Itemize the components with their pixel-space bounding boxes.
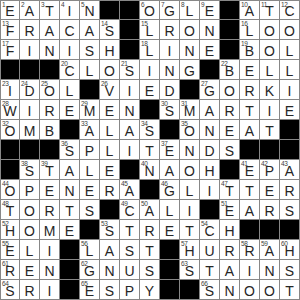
cell-letter: R <box>140 224 159 238</box>
cell-r10c6[interactable]: R <box>100 180 120 200</box>
cell-r13c6[interactable]: A <box>100 240 120 260</box>
cell-r2c12 <box>220 20 240 40</box>
cell-letter: I <box>60 44 79 58</box>
cell-r8c7[interactable]: I <box>120 140 140 160</box>
cell-r13c10[interactable]: 57H <box>180 240 200 260</box>
cell-letter: L <box>60 84 79 98</box>
cell-r5c13[interactable]: R <box>240 80 260 100</box>
cell-r7c8[interactable]: 34S <box>140 120 160 140</box>
cell-r2c14[interactable]: O <box>260 20 280 40</box>
cell-letter: N <box>180 44 199 58</box>
cell-letter: N <box>40 264 59 278</box>
cell-r5c11[interactable]: 27G <box>200 80 220 100</box>
cell-r11c11 <box>200 200 220 220</box>
cell-r12c7[interactable]: T <box>120 220 140 240</box>
cell-letter: I <box>20 44 39 58</box>
cell-letter: T <box>180 224 199 238</box>
cell-r11c3[interactable]: R <box>40 200 60 220</box>
cell-r4c4[interactable]: 20C <box>60 60 80 80</box>
cell-r3c8[interactable]: 18L <box>140 40 160 60</box>
cell-letter: E <box>80 184 99 198</box>
cell-letter: B <box>40 124 59 138</box>
cell-letter: N <box>180 144 199 158</box>
cell-r13c2[interactable]: L <box>20 240 40 260</box>
cell-r2c15[interactable]: O <box>280 20 300 40</box>
cell-letter: R <box>40 104 59 118</box>
cell-letter: U <box>200 244 219 258</box>
cell-letter: C <box>280 4 299 18</box>
cell-letter: G <box>200 84 219 98</box>
cell-r7c6[interactable]: L <box>100 120 120 140</box>
cell-r4c9[interactable]: N <box>160 60 180 80</box>
cell-r7c13[interactable]: A <box>240 120 260 140</box>
cell-r8c10[interactable]: N <box>180 140 200 160</box>
cell-r15c8[interactable]: Y <box>140 280 160 300</box>
cell-r1c8[interactable]: 6O <box>140 0 160 20</box>
cell-letter: O <box>260 44 279 58</box>
cell-r9c8[interactable]: 40N <box>140 160 160 180</box>
cell-r14c10[interactable]: 63S <box>180 260 200 280</box>
cell-letter: T <box>280 284 299 298</box>
cell-r3c3[interactable]: N <box>40 40 60 60</box>
cell-r15c9 <box>160 280 180 300</box>
cell-letter: A <box>120 124 139 138</box>
cell-letter: I <box>120 144 139 158</box>
cell-r15c1[interactable]: 64S <box>0 280 20 300</box>
cell-r12c6[interactable]: 53S <box>100 220 120 240</box>
cell-letter: S <box>100 284 119 298</box>
cell-letter: M <box>80 104 99 118</box>
cell-letter: R <box>40 204 59 218</box>
cell-r15c15[interactable]: T <box>280 280 300 300</box>
cell-r12c10[interactable]: T <box>180 220 200 240</box>
cell-r1c12 <box>220 0 240 20</box>
cell-r6c3[interactable]: R <box>40 100 60 120</box>
cell-letter: T <box>40 4 59 18</box>
cell-r1c1[interactable]: 1E <box>0 0 20 20</box>
cell-letter: S <box>160 104 179 118</box>
cell-letter: T <box>260 4 279 18</box>
cell-letter: O <box>20 204 39 218</box>
cell-r2c2[interactable]: R <box>20 20 40 40</box>
cell-r1c10[interactable]: 8L <box>180 0 200 20</box>
cell-r6c12[interactable]: R <box>220 100 240 120</box>
cell-letter: A <box>60 164 79 178</box>
cell-r5c5 <box>80 80 100 100</box>
cell-r12c1[interactable]: 52H <box>0 220 20 240</box>
cell-r1c6 <box>100 0 120 20</box>
cell-r4c5[interactable]: L <box>80 60 100 80</box>
cell-letter: E <box>60 104 79 118</box>
cell-r1c13[interactable]: 10A <box>240 0 260 20</box>
cell-r11c10[interactable]: I <box>180 200 200 220</box>
cell-r13c13[interactable]: 58R <box>240 240 260 260</box>
cell-r14c7[interactable]: U <box>120 260 140 280</box>
cell-r10c7[interactable]: 45A <box>120 180 140 200</box>
cell-letter: A <box>140 204 159 218</box>
cell-r14c4 <box>60 260 80 280</box>
cell-r7c2[interactable]: M <box>20 120 40 140</box>
cell-r6c2[interactable]: I <box>20 100 40 120</box>
cell-r11c8[interactable]: 50A <box>140 200 160 220</box>
cell-r6c9[interactable]: 30S <box>160 100 180 120</box>
cell-letter: W <box>1 104 19 118</box>
cell-r9c12 <box>220 160 240 180</box>
cell-r9c13[interactable]: 41E <box>240 160 260 180</box>
cell-r7c1[interactable]: 32O <box>0 120 20 140</box>
cell-r8c11[interactable]: D <box>200 140 220 160</box>
cell-r10c14[interactable]: E <box>260 180 280 200</box>
cell-r14c13[interactable]: I <box>240 260 260 280</box>
cell-r3c10[interactable]: N <box>180 40 200 60</box>
cell-r2c8[interactable]: 15L <box>140 20 160 40</box>
cell-r11c6 <box>100 200 120 220</box>
cell-r13c3[interactable]: I <box>40 240 60 260</box>
cell-r11c2[interactable]: O <box>20 200 40 220</box>
cell-letter: A <box>240 4 259 18</box>
cell-r11c12[interactable]: 51E <box>220 200 240 220</box>
cell-r10c11[interactable]: I <box>200 180 220 200</box>
cell-r3c4[interactable]: I <box>60 40 80 60</box>
cell-r1c14[interactable]: 11T <box>260 0 280 20</box>
cell-r15c2[interactable]: R <box>20 280 40 300</box>
cell-r11c15[interactable]: S <box>280 200 300 220</box>
cell-r3c15[interactable]: L <box>280 40 300 60</box>
cell-r4c12[interactable]: 22B <box>220 60 240 80</box>
cell-r14c8[interactable]: S <box>140 260 160 280</box>
cell-r6c7[interactable]: N <box>120 100 140 120</box>
cell-r9c10[interactable]: O <box>180 160 200 180</box>
cell-r4c8[interactable]: I <box>140 60 160 80</box>
cell-r15c14[interactable]: O <box>260 280 280 300</box>
cell-r13c5[interactable]: 56L <box>80 240 100 260</box>
cell-r10c4[interactable]: N <box>60 180 80 200</box>
cell-r12c12[interactable]: H <box>220 220 240 240</box>
cell-letter: E <box>40 184 59 198</box>
cell-r2c1[interactable]: 13F <box>0 20 20 40</box>
cell-letter: O <box>220 84 239 98</box>
cell-r10c15[interactable]: R <box>280 180 300 200</box>
cell-r11c13[interactable]: A <box>240 200 260 220</box>
cell-r13c1[interactable]: 55E <box>0 240 20 260</box>
cell-letter: N <box>80 4 99 18</box>
cell-r1c4[interactable]: 4I <box>60 0 80 20</box>
cell-r11c4[interactable]: T <box>60 200 80 220</box>
cell-r3c7 <box>120 40 140 60</box>
cell-r7c14[interactable]: T <box>260 120 280 140</box>
cell-r9c11[interactable]: H <box>200 160 220 180</box>
cell-r14c1[interactable]: 61R <box>0 260 20 280</box>
cell-r5c12[interactable]: O <box>220 80 240 100</box>
cell-r1c3[interactable]: 3T <box>40 0 60 20</box>
cell-letter: L <box>100 144 119 158</box>
cell-r2c6[interactable]: 14S <box>100 20 120 40</box>
cell-letter: K <box>260 84 279 98</box>
cell-r7c5[interactable]: 33A <box>80 120 100 140</box>
cell-r13c7[interactable]: S <box>120 240 140 260</box>
cell-r12c3[interactable]: M <box>40 220 60 240</box>
cell-letter: A <box>100 244 119 258</box>
cell-letter: L <box>180 184 199 198</box>
cell-r10c1[interactable]: 44O <box>0 180 20 200</box>
cell-r12c11[interactable]: 54C <box>200 220 220 240</box>
cell-r14c14[interactable]: N <box>260 260 280 280</box>
cell-letter: S <box>60 144 79 158</box>
cell-letter: A <box>120 184 139 198</box>
cell-r7c10[interactable]: 35O <box>180 120 200 140</box>
cell-r3c5[interactable]: S <box>80 40 100 60</box>
cell-letter: E <box>1 4 19 18</box>
cell-r11c1[interactable]: 48T <box>0 200 20 220</box>
cell-r11c9[interactable]: L <box>160 200 180 220</box>
cell-r10c12[interactable]: 47T <box>220 180 240 200</box>
cell-r1c9[interactable]: 7G <box>160 0 180 20</box>
cell-r5c6[interactable]: 26V <box>100 80 120 100</box>
cell-r3c6[interactable]: H <box>100 40 120 60</box>
cell-r7c7[interactable]: A <box>120 120 140 140</box>
cell-r6c4[interactable]: E <box>60 100 80 120</box>
cell-letter: Y <box>140 284 159 298</box>
cell-r4c3 <box>40 60 60 80</box>
cell-letter: N <box>60 184 79 198</box>
cell-r5c8[interactable]: E <box>140 80 160 100</box>
cell-letter: T <box>240 104 259 118</box>
cell-r11c7[interactable]: 49C <box>120 200 140 220</box>
cell-r9c5[interactable]: L <box>80 160 100 180</box>
cell-letter: O <box>260 284 279 298</box>
cell-letter: L <box>140 44 159 58</box>
cell-letter: I <box>160 44 179 58</box>
cell-letter: I <box>20 104 39 118</box>
cell-r4c6[interactable]: O <box>100 60 120 80</box>
cell-letter: H <box>200 164 219 178</box>
cell-r5c7[interactable]: I <box>120 80 140 100</box>
cell-letter: E <box>200 44 219 58</box>
cell-r2c13[interactable]: 16L <box>240 20 260 40</box>
cell-letter: T <box>1 204 19 218</box>
cell-r10c5[interactable]: E <box>80 180 100 200</box>
cell-r9c3[interactable]: 39T <box>40 160 60 180</box>
cell-r12c4[interactable]: E <box>60 220 80 240</box>
cell-r9c2[interactable]: 38S <box>20 160 40 180</box>
cell-letter: O <box>100 64 119 78</box>
cell-letter: N <box>200 124 219 138</box>
cell-r13c12[interactable]: R <box>220 240 240 260</box>
cell-r12c2[interactable]: O <box>20 220 40 240</box>
cell-r11c14[interactable]: R <box>260 200 280 220</box>
cell-r8c8[interactable]: T <box>140 140 160 160</box>
cell-r10c3[interactable]: E <box>40 180 60 200</box>
cell-r5c14[interactable]: K <box>260 80 280 100</box>
cell-r1c2[interactable]: 2A <box>20 0 40 20</box>
cell-r15c11[interactable]: 66S <box>200 280 220 300</box>
cell-r2c5[interactable]: A <box>80 20 100 40</box>
cell-r6c8 <box>140 100 160 120</box>
cell-letter: E <box>100 104 119 118</box>
cell-r13c8[interactable]: T <box>140 240 160 260</box>
cell-r5c3[interactable]: 25O <box>40 80 60 100</box>
cell-r7c12[interactable]: E <box>220 120 240 140</box>
cell-letter: S <box>80 204 99 218</box>
cell-letter: A <box>220 264 239 278</box>
cell-r4c10[interactable]: G <box>180 60 200 80</box>
cell-letter: P <box>80 144 99 158</box>
cell-r13c11[interactable]: U <box>200 240 220 260</box>
cell-r6c13[interactable]: T <box>240 100 260 120</box>
cell-r9c14[interactable]: 42P <box>260 160 280 180</box>
cell-r2c3[interactable]: A <box>40 20 60 40</box>
cell-r1c7 <box>120 0 140 20</box>
cell-r2c4[interactable]: C <box>60 20 80 40</box>
cell-r14c6[interactable]: N <box>100 260 120 280</box>
cell-r2c10[interactable]: O <box>180 20 200 40</box>
cell-r9c6[interactable]: E <box>100 160 120 180</box>
cell-r3c11[interactable]: E <box>200 40 220 60</box>
cell-r14c12[interactable]: A <box>220 260 240 280</box>
cell-r11c5[interactable]: S <box>80 200 100 220</box>
cell-r3c9[interactable]: I <box>160 40 180 60</box>
cell-letter: E <box>100 164 119 178</box>
cell-r14c15[interactable]: S <box>280 260 300 280</box>
cell-letter: I <box>120 84 139 98</box>
cell-r2c11[interactable]: N <box>200 20 220 40</box>
cell-r1c15[interactable]: 12C <box>280 0 300 20</box>
cell-r1c5[interactable]: 5N <box>80 0 100 20</box>
cell-letter: T <box>240 184 259 198</box>
cell-r9c9[interactable]: A <box>160 160 180 180</box>
cell-r14c2[interactable]: E <box>20 260 40 280</box>
cell-r12c9[interactable]: E <box>160 220 180 240</box>
cell-letter: O <box>1 184 19 198</box>
cell-r8c13 <box>240 140 260 160</box>
cell-r8c12[interactable]: S <box>220 140 240 160</box>
cell-r14c9 <box>160 260 180 280</box>
cell-letter: E <box>220 124 239 138</box>
cell-r12c8[interactable]: R <box>140 220 160 240</box>
cell-r15c10 <box>180 280 200 300</box>
cell-letter: A <box>160 164 179 178</box>
cell-r4c15[interactable]: L <box>280 60 300 80</box>
cell-r8c6[interactable]: L <box>100 140 120 160</box>
cell-r15c7[interactable]: P <box>120 280 140 300</box>
cell-r6c11[interactable]: A <box>200 100 220 120</box>
cell-letter: T <box>40 164 59 178</box>
cell-letter: A <box>260 244 279 258</box>
cell-letter: M <box>180 104 199 118</box>
cell-r7c11[interactable]: N <box>200 120 220 140</box>
cell-letter: T <box>140 144 159 158</box>
cell-r2c9[interactable]: R <box>160 20 180 40</box>
cell-r15c6[interactable]: S <box>100 280 120 300</box>
cell-letter: O <box>280 24 299 38</box>
cell-letter: M <box>40 224 59 238</box>
cell-r8c5[interactable]: P <box>80 140 100 160</box>
cell-letter: T <box>140 244 159 258</box>
cell-letter: T <box>200 264 219 278</box>
cell-r9c4[interactable]: A <box>60 160 80 180</box>
cell-r5c9[interactable]: D <box>160 80 180 100</box>
cell-letter: G <box>160 184 179 198</box>
cell-letter: E <box>220 204 239 218</box>
cell-r10c13[interactable]: T <box>240 180 260 200</box>
cell-r6c6[interactable]: E <box>100 100 120 120</box>
cell-r13c4 <box>60 240 80 260</box>
cell-r10c2[interactable]: P <box>20 180 40 200</box>
cell-r15c13[interactable]: O <box>240 280 260 300</box>
cell-letter: R <box>20 24 39 38</box>
cell-r5c15[interactable]: I <box>280 80 300 100</box>
cell-r3c2[interactable]: I <box>20 40 40 60</box>
cell-letter: O <box>140 4 159 18</box>
cell-letter: G <box>160 4 179 18</box>
cell-letter: R <box>240 244 259 258</box>
cell-letter: S <box>100 224 119 238</box>
cell-letter: O <box>180 124 199 138</box>
cell-r13c14[interactable]: 59A <box>260 240 280 260</box>
cell-letter: N <box>140 164 159 178</box>
cell-letter: L <box>260 64 279 78</box>
cell-r4c2 <box>20 60 40 80</box>
cell-r8c14 <box>260 140 280 160</box>
cell-r15c5[interactable]: 65E <box>80 280 100 300</box>
cell-r1c11[interactable]: 9E <box>200 0 220 20</box>
cell-r10c10[interactable]: L <box>180 180 200 200</box>
cell-letter: I <box>40 244 59 258</box>
cell-r5c1[interactable]: 23I <box>0 80 20 100</box>
cell-r9c15[interactable]: 43A <box>280 160 300 180</box>
cell-letter: R <box>1 264 19 278</box>
cell-r8c4[interactable]: 36S <box>60 140 80 160</box>
cell-letter: G <box>80 264 99 278</box>
cell-letter: H <box>100 44 119 58</box>
cell-letter: E <box>260 184 279 198</box>
cell-r14c3[interactable]: N <box>40 260 60 280</box>
cell-letter: S <box>20 164 39 178</box>
cell-r13c15[interactable]: 60H <box>280 240 300 260</box>
cell-letter: L <box>160 204 179 218</box>
cell-r5c4[interactable]: L <box>60 80 80 100</box>
cell-letter: I <box>200 184 219 198</box>
cell-r8c9[interactable]: 37E <box>160 140 180 160</box>
cell-r7c3[interactable]: B <box>40 120 60 140</box>
cell-r3c13[interactable]: 19B <box>240 40 260 60</box>
cell-letter: D <box>160 84 179 98</box>
cell-letter: R <box>220 104 239 118</box>
cell-r4c13[interactable]: E <box>240 60 260 80</box>
cell-r6c10[interactable]: 31M <box>180 100 200 120</box>
cell-r14c11[interactable]: T <box>200 260 220 280</box>
cell-r3c1[interactable]: 17F <box>0 40 20 60</box>
cell-letter: D <box>200 144 219 158</box>
cell-r6c1[interactable]: 28W <box>0 100 20 120</box>
cell-r14c5[interactable]: 62G <box>80 260 100 280</box>
cell-r4c7[interactable]: 21S <box>120 60 140 80</box>
cell-r3c14[interactable]: O <box>260 40 280 60</box>
cell-r15c12[interactable]: N <box>220 280 240 300</box>
cell-r6c5[interactable]: 29M <box>80 100 100 120</box>
cell-r10c9[interactable]: 46G <box>160 180 180 200</box>
cell-r10c8 <box>140 180 160 200</box>
cell-r15c3[interactable]: I <box>40 280 60 300</box>
cell-r4c14[interactable]: L <box>260 60 280 80</box>
cell-r5c2[interactable]: 24D <box>20 80 40 100</box>
cell-r6c15[interactable]: E <box>280 100 300 120</box>
cell-letter: A <box>240 124 259 138</box>
cell-r9c7 <box>120 160 140 180</box>
cell-letter: S <box>220 144 239 158</box>
cell-letter: I <box>60 4 79 18</box>
cell-r6c14[interactable]: I <box>260 100 280 120</box>
